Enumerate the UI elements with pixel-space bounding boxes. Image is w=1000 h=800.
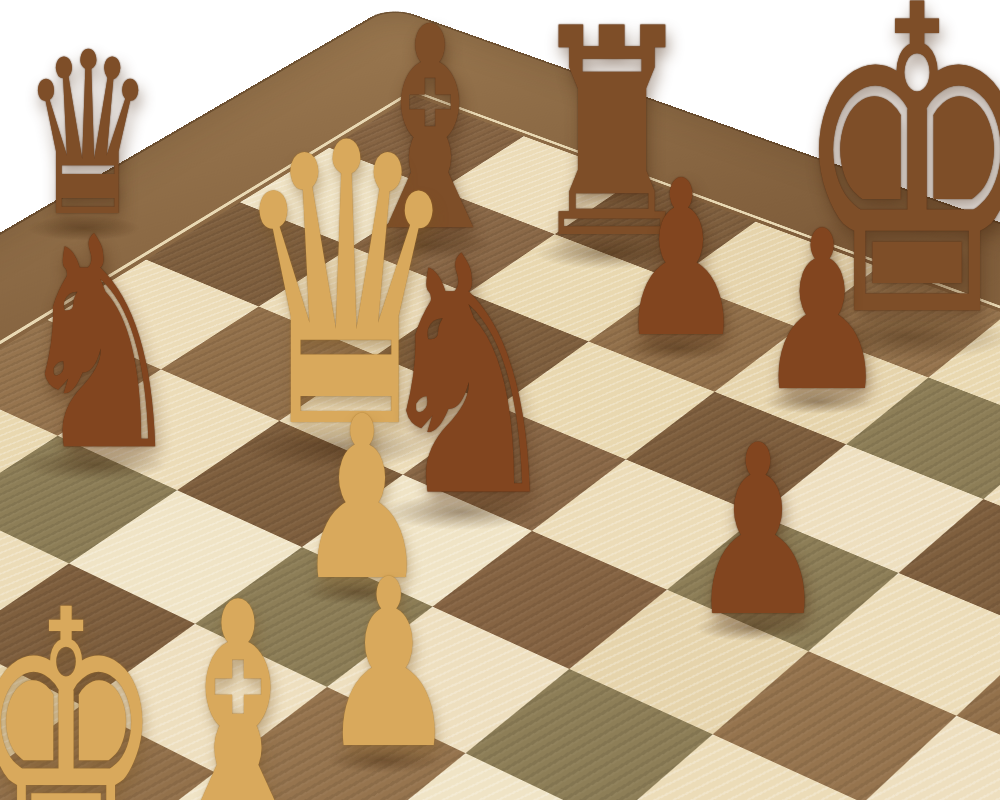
- piece-glyph: ♟: [688, 414, 827, 649]
- chess-pieces-layer: ♛♞♝♜♚♟♟♟♞♛♟♟♝♚: [0, 0, 1000, 800]
- piece-white-pawn-e7: ♟: [389, 760, 597, 800]
- piece-glyph: ♚: [0, 568, 164, 800]
- chess-photo-canvas: ♛♞♝♜♚♟♟♟♞♛♟♟♝♚: [0, 0, 1000, 800]
- piece-glyph: ♟: [757, 202, 887, 422]
- piece-glyph: ♞: [14, 199, 187, 491]
- piece-glyph: ♟: [617, 152, 744, 367]
- piece-black-pawn-f5: ♟: [758, 628, 969, 800]
- piece-glyph: ♟: [320, 549, 457, 781]
- piece-black-pawn-f2: ♟: [822, 402, 1000, 622]
- piece-glyph: ♝: [146, 562, 331, 800]
